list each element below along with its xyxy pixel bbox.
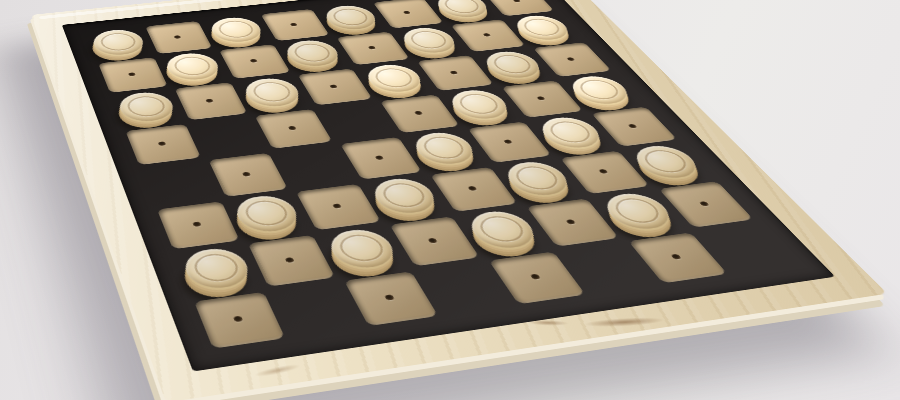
peg-hole bbox=[384, 295, 395, 301]
peg-hole bbox=[467, 186, 477, 191]
checkers-board bbox=[31, 0, 887, 400]
peg-hole bbox=[329, 84, 338, 88]
checker-piece[interactable] bbox=[323, 227, 401, 271]
checker-piece[interactable] bbox=[445, 88, 515, 121]
checker-piece[interactable] bbox=[89, 28, 147, 57]
board-frame bbox=[31, 0, 887, 400]
checker-piece[interactable] bbox=[206, 16, 266, 44]
peg-hole bbox=[403, 11, 411, 15]
peg-hole bbox=[513, 0, 521, 2]
square-r3c1[interactable] bbox=[108, 88, 187, 130]
checker-piece[interactable] bbox=[510, 14, 576, 42]
checker-piece[interactable] bbox=[162, 51, 223, 82]
checker-piece[interactable] bbox=[462, 208, 542, 251]
peg-hole bbox=[288, 126, 297, 131]
checker-piece[interactable] bbox=[479, 49, 547, 80]
square-r1c1[interactable] bbox=[83, 26, 156, 63]
square-r1c2 bbox=[145, 21, 212, 54]
peg-hole bbox=[598, 169, 608, 174]
peg-hole bbox=[242, 172, 251, 177]
wood-knot-mark bbox=[582, 316, 667, 329]
peg-hole bbox=[482, 33, 490, 37]
checker-piece[interactable] bbox=[397, 26, 462, 55]
checker-piece[interactable] bbox=[361, 63, 428, 95]
checker-piece[interactable] bbox=[240, 76, 305, 109]
peg-hole bbox=[375, 155, 384, 160]
square-r4c1 bbox=[125, 124, 200, 165]
checker-piece[interactable] bbox=[282, 38, 345, 68]
peg-hole bbox=[233, 316, 243, 322]
peg-hole bbox=[192, 222, 201, 227]
square-r2c1 bbox=[98, 57, 167, 93]
checker-piece[interactable] bbox=[431, 0, 494, 19]
peg-hole bbox=[628, 124, 638, 129]
checker-piece[interactable] bbox=[231, 193, 304, 234]
peg-hole bbox=[566, 219, 577, 224]
wood-knot-mark bbox=[252, 362, 302, 378]
peg-hole bbox=[368, 46, 376, 50]
checker-piece[interactable] bbox=[179, 246, 255, 292]
peg-hole bbox=[128, 72, 136, 76]
checker-piece[interactable] bbox=[115, 90, 178, 124]
peg-hole bbox=[158, 141, 167, 146]
checker-piece[interactable] bbox=[408, 130, 481, 166]
peg-hole bbox=[536, 96, 545, 100]
peg-hole bbox=[428, 238, 438, 244]
peg-hole bbox=[670, 254, 681, 260]
checker-piece[interactable] bbox=[320, 4, 381, 32]
peg-hole bbox=[450, 70, 459, 74]
peg-hole bbox=[249, 59, 257, 63]
peg-hole bbox=[503, 139, 513, 144]
peg-hole bbox=[332, 204, 342, 209]
board-grid bbox=[83, 0, 802, 352]
checker-piece[interactable] bbox=[367, 176, 442, 216]
checkers-product-photo bbox=[0, 0, 900, 400]
perspective-scene bbox=[0, 0, 900, 400]
board-insert bbox=[62, 0, 835, 371]
peg-hole bbox=[205, 98, 213, 102]
peg-hole bbox=[530, 274, 541, 280]
peg-hole bbox=[699, 201, 710, 206]
peg-hole bbox=[414, 111, 423, 115]
peg-hole bbox=[566, 57, 575, 61]
peg-hole bbox=[174, 35, 182, 39]
peg-hole bbox=[290, 23, 298, 27]
square-r5c1[interactable] bbox=[137, 159, 223, 208]
peg-hole bbox=[285, 257, 295, 263]
